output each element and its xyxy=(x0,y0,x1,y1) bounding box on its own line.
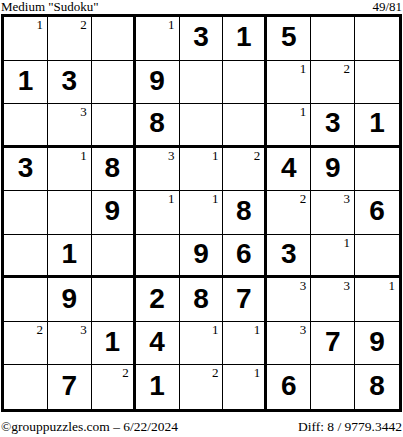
corner-mark: 1 xyxy=(212,191,219,206)
cell-r8c1[interactable]: 2 xyxy=(4,322,48,366)
corner-mark: 1 xyxy=(168,191,175,206)
cell-r1c1[interactable]: 1 xyxy=(4,17,48,61)
cell-value: 1 xyxy=(62,240,78,268)
cell-r9c8[interactable] xyxy=(311,365,355,409)
cell-r8c4[interactable]: 4 xyxy=(136,322,180,366)
cell-r4c7[interactable]: 4 xyxy=(267,148,311,192)
cell-r3c9[interactable]: 1 xyxy=(355,104,399,148)
corner-mark: 1 xyxy=(212,322,219,337)
page-title: Medium "Sudoku" xyxy=(1,0,99,14)
cell-r5c5[interactable]: 1 xyxy=(180,191,224,235)
cell-r4c2[interactable]: 1 xyxy=(48,148,92,192)
cell-value: 7 xyxy=(236,285,252,313)
cell-r4c4[interactable]: 3 xyxy=(136,148,180,192)
cell-value: 1 xyxy=(18,67,34,95)
corner-mark: 2 xyxy=(122,365,129,380)
cell-r2c6[interactable] xyxy=(223,61,267,105)
cell-r4c5[interactable]: 1 xyxy=(180,148,224,192)
cell-r2c9[interactable] xyxy=(355,61,399,105)
cell-value: 6 xyxy=(281,372,297,400)
cell-r4c6[interactable]: 2 xyxy=(223,148,267,192)
cell-r3c7[interactable]: 1 xyxy=(267,104,311,148)
cell-r8c2[interactable]: 3 xyxy=(48,322,92,366)
footer: ©grouppuzzles.com – 6/22/2024 Diff: 8 / … xyxy=(0,419,403,434)
cell-r9c7[interactable]: 6 xyxy=(267,365,311,409)
cell-value: 4 xyxy=(149,328,165,356)
cell-r5c6[interactable]: 8 xyxy=(223,191,267,235)
corner-mark: 2 xyxy=(36,322,43,337)
cell-value: 1 xyxy=(104,328,120,356)
corner-mark: 1 xyxy=(300,104,307,119)
cell-r9c6[interactable]: 1 xyxy=(223,365,267,409)
cell-value: 8 xyxy=(193,285,209,313)
corner-mark: 3 xyxy=(300,322,307,337)
corner-mark: 2 xyxy=(212,365,219,380)
cell-r3c4[interactable]: 8 xyxy=(136,104,180,148)
cell-value: 8 xyxy=(104,154,120,182)
cell-value: 3 xyxy=(62,67,78,95)
cell-value: 4 xyxy=(281,154,297,182)
cell-value: 2 xyxy=(149,285,165,313)
cell-value: 9 xyxy=(104,197,120,225)
cell-r1c7[interactable]: 5 xyxy=(267,17,311,61)
cell-r3c1[interactable] xyxy=(4,104,48,148)
cell-r3c5[interactable] xyxy=(180,104,224,148)
cell-value: 3 xyxy=(325,109,341,137)
corner-mark: 3 xyxy=(168,148,175,163)
cell-r9c1[interactable] xyxy=(4,365,48,409)
cell-r5c4[interactable]: 1 xyxy=(136,191,180,235)
cell-r1c8[interactable] xyxy=(311,17,355,61)
cell-value: 6 xyxy=(236,240,252,268)
cell-r7c8[interactable]: 3 xyxy=(311,278,355,322)
cell-r2c1[interactable]: 1 xyxy=(4,61,48,105)
cell-r1c4[interactable]: 1 xyxy=(136,17,180,61)
cell-value: 9 xyxy=(62,285,78,313)
cell-r4c3[interactable]: 8 xyxy=(92,148,136,192)
cell-r6c1[interactable] xyxy=(4,235,48,279)
cell-r3c6[interactable] xyxy=(223,104,267,148)
progress-counter: 49/81 xyxy=(372,0,402,14)
cell-r5c7[interactable]: 2 xyxy=(267,191,311,235)
cell-r2c4[interactable]: 9 xyxy=(136,61,180,105)
cell-r9c3[interactable]: 2 xyxy=(92,365,136,409)
corner-mark: 2 xyxy=(344,61,351,76)
cell-r8c8[interactable]: 7 xyxy=(311,322,355,366)
corner-mark: 2 xyxy=(80,17,87,32)
corner-mark: 1 xyxy=(300,61,307,76)
cell-r7c4[interactable]: 2 xyxy=(136,278,180,322)
cell-r6c7[interactable]: 3 xyxy=(267,235,311,279)
cell-r2c7[interactable]: 1 xyxy=(267,61,311,105)
cell-value: 1 xyxy=(236,23,252,51)
corner-mark: 1 xyxy=(212,148,219,163)
cell-value: 8 xyxy=(236,197,252,225)
cell-r3c2[interactable]: 3 xyxy=(48,104,92,148)
cell-value: 6 xyxy=(369,197,385,225)
cell-r2c8[interactable]: 2 xyxy=(311,61,355,105)
cell-r2c3[interactable] xyxy=(92,61,136,105)
cell-r1c2[interactable]: 2 xyxy=(48,17,92,61)
corner-mark: 1 xyxy=(254,322,261,337)
cell-r5c2[interactable] xyxy=(48,191,92,235)
cell-value: 3 xyxy=(281,240,297,268)
cell-r6c2[interactable]: 1 xyxy=(48,235,92,279)
corner-mark: 1 xyxy=(344,235,351,250)
sudoku-page: Medium "Sudoku" 49/81 121315139123813131… xyxy=(0,0,403,437)
corner-mark: 2 xyxy=(254,148,261,163)
cell-r5c3[interactable]: 9 xyxy=(92,191,136,235)
cell-r7c5[interactable]: 8 xyxy=(180,278,224,322)
corner-mark: 1 xyxy=(254,365,261,380)
header: Medium "Sudoku" 49/81 xyxy=(0,0,403,14)
cell-r7c1[interactable] xyxy=(4,278,48,322)
copyright-date: ©grouppuzzles.com – 6/22/2024 xyxy=(1,419,178,434)
corner-mark: 3 xyxy=(344,278,351,293)
cell-value: 3 xyxy=(18,154,34,182)
cell-r8c7[interactable]: 3 xyxy=(267,322,311,366)
cell-r4c9[interactable] xyxy=(355,148,399,192)
cell-value: 9 xyxy=(193,240,209,268)
corner-mark: 2 xyxy=(300,191,307,206)
cell-r3c3[interactable] xyxy=(92,104,136,148)
cell-r7c3[interactable] xyxy=(92,278,136,322)
cell-value: 1 xyxy=(149,372,165,400)
cell-r7c2[interactable]: 9 xyxy=(48,278,92,322)
cell-r6c6[interactable]: 6 xyxy=(223,235,267,279)
cell-value: 5 xyxy=(281,23,297,51)
corner-mark: 3 xyxy=(80,322,87,337)
cell-r1c6[interactable]: 1 xyxy=(223,17,267,61)
corner-mark: 3 xyxy=(80,104,87,119)
cell-r9c5[interactable]: 2 xyxy=(180,365,224,409)
cell-r8c9[interactable]: 9 xyxy=(355,322,399,366)
sudoku-board: 1213151391238131318312499118236196319287… xyxy=(1,14,402,412)
corner-mark: 1 xyxy=(168,17,175,32)
cell-r4c8[interactable]: 9 xyxy=(311,148,355,192)
cell-r1c9[interactable] xyxy=(355,17,399,61)
cell-r7c7[interactable]: 3 xyxy=(267,278,311,322)
cell-r6c4[interactable] xyxy=(136,235,180,279)
cell-r9c2[interactable]: 7 xyxy=(48,365,92,409)
cell-r6c5[interactable]: 9 xyxy=(180,235,224,279)
cell-r4c1[interactable]: 3 xyxy=(4,148,48,192)
cell-r9c4[interactable]: 1 xyxy=(136,365,180,409)
cell-r6c3[interactable] xyxy=(92,235,136,279)
cell-r6c9[interactable] xyxy=(355,235,399,279)
cell-r1c3[interactable] xyxy=(92,17,136,61)
cell-r8c6[interactable]: 1 xyxy=(223,322,267,366)
cell-value: 9 xyxy=(325,154,341,182)
cell-value: 8 xyxy=(369,372,385,400)
cell-r5c1[interactable] xyxy=(4,191,48,235)
cell-r1c5[interactable]: 3 xyxy=(180,17,224,61)
cell-r7c6[interactable]: 7 xyxy=(223,278,267,322)
cell-value: 1 xyxy=(369,109,385,137)
cell-r9c9[interactable]: 8 xyxy=(355,365,399,409)
cell-value: 7 xyxy=(62,372,78,400)
cell-r8c3[interactable]: 1 xyxy=(92,322,136,366)
cell-value: 9 xyxy=(149,67,165,95)
cell-r5c8[interactable]: 3 xyxy=(311,191,355,235)
cell-value: 9 xyxy=(369,328,385,356)
cell-r5c9[interactable]: 6 xyxy=(355,191,399,235)
difficulty-label: Diff: 8 / 9779.3442 xyxy=(298,419,402,434)
cell-value: 8 xyxy=(149,109,165,137)
corner-mark: 1 xyxy=(80,148,87,163)
corner-mark: 1 xyxy=(389,278,396,293)
corner-mark: 3 xyxy=(300,278,307,293)
cell-r3c8[interactable]: 3 xyxy=(311,104,355,148)
cell-r2c2[interactable]: 3 xyxy=(48,61,92,105)
cell-value: 3 xyxy=(193,23,209,51)
cell-r8c5[interactable]: 1 xyxy=(180,322,224,366)
corner-mark: 3 xyxy=(344,191,351,206)
cell-value: 7 xyxy=(325,328,341,356)
cell-r7c9[interactable]: 1 xyxy=(355,278,399,322)
cell-r2c5[interactable] xyxy=(180,61,224,105)
corner-mark: 1 xyxy=(36,17,43,32)
cell-r6c8[interactable]: 1 xyxy=(311,235,355,279)
